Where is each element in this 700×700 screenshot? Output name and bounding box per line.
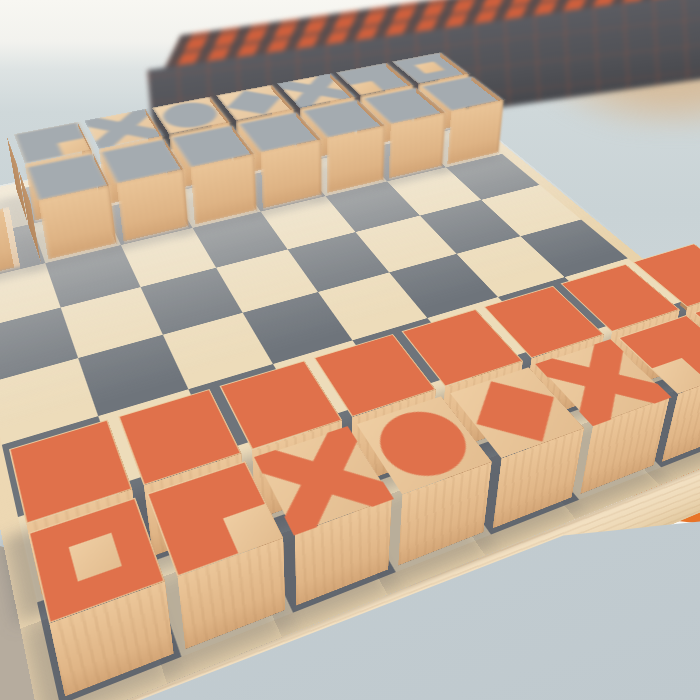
piece-grey-pawn-b7[interactable] <box>36 210 116 260</box>
piece-orange-knight-b1[interactable] <box>156 531 286 649</box>
photo-scene <box>0 0 700 700</box>
piece-orange-rook-a1[interactable] <box>44 569 174 697</box>
piece-grey-pawn-c7[interactable] <box>108 195 188 242</box>
